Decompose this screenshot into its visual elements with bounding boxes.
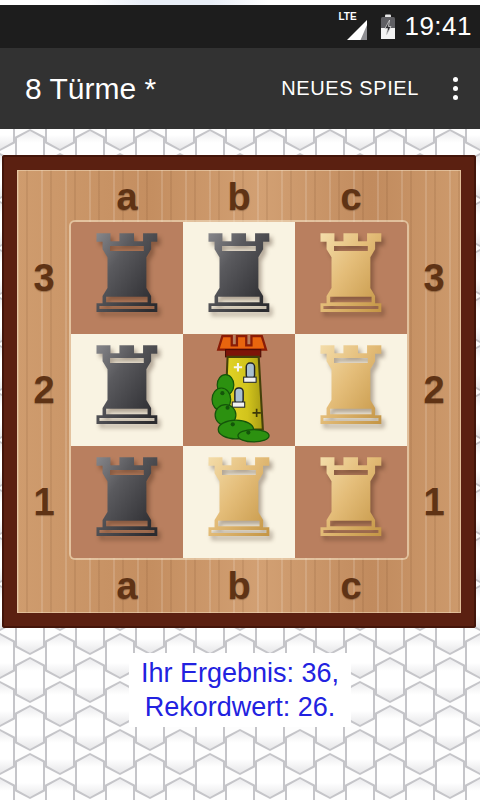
castle-goal (191, 333, 287, 447)
cell-a1[interactable]: ♜ (71, 446, 183, 558)
rank-label-1-left: 1 (33, 481, 54, 524)
cell-b2[interactable] (183, 334, 295, 446)
game-area: a b c a b c 3 2 1 3 2 1 ♜♜♜♜ (0, 129, 480, 800)
cell-c2[interactable]: ♜ (295, 334, 407, 446)
black-rook: ♜ (191, 222, 288, 329)
file-label-c-bottom: c (340, 565, 361, 608)
file-label-b-bottom: b (227, 565, 250, 608)
score-panel: Ihr Ergebnis: 36, Rekordwert: 26. (129, 653, 351, 727)
rank-label-3-right: 3 (423, 257, 444, 300)
white-rook: ♜ (303, 445, 400, 553)
score-line-current: Ihr Ergebnis: 36, (141, 656, 339, 690)
cell-c1[interactable]: ♜ (295, 446, 407, 558)
battery-charging-icon (380, 14, 396, 40)
rank-label-1-right: 1 (423, 481, 444, 524)
cell-a2[interactable]: ♜ (71, 334, 183, 446)
phone-screen: LTE 19:41 8 Türme * NEUES SPIEL a b c (0, 0, 480, 800)
page-title: 8 Türme * (25, 72, 281, 106)
rank-label-3-left: 3 (33, 257, 54, 300)
cell-a3[interactable]: ♜ (71, 222, 183, 334)
white-rook: ♜ (191, 445, 288, 553)
cell-b3[interactable]: ♜ (183, 222, 295, 334)
score-line-record: Rekordwert: 26. (141, 690, 339, 724)
black-rook: ♜ (79, 333, 176, 441)
rank-label-2-right: 2 (423, 369, 444, 412)
overflow-menu-icon[interactable] (449, 73, 462, 104)
app-bar: 8 Türme * NEUES SPIEL (0, 48, 480, 129)
white-rook: ♜ (303, 333, 400, 441)
rank-label-2-left: 2 (33, 369, 54, 412)
white-rook: ♜ (303, 222, 400, 329)
file-label-a-top: a (116, 176, 137, 219)
status-bar: LTE 19:41 (0, 5, 480, 48)
board-grid: ♜♜♜♜ (71, 222, 407, 558)
board-wood-border: a b c a b c 3 2 1 3 2 1 ♜♜♜♜ (17, 170, 461, 613)
file-label-a-bottom: a (116, 565, 137, 608)
file-label-b-top: b (227, 176, 250, 219)
cell-c3[interactable]: ♜ (295, 222, 407, 334)
new-game-button[interactable]: NEUES SPIEL (281, 77, 419, 100)
cell-signal-icon: LTE (338, 12, 372, 42)
black-rook: ♜ (79, 445, 176, 553)
file-label-c-top: c (340, 176, 361, 219)
cell-b1[interactable]: ♜ (183, 446, 295, 558)
signal-triangle-icon (346, 19, 368, 41)
game-board: a b c a b c 3 2 1 3 2 1 ♜♜♜♜ (2, 155, 476, 628)
black-rook: ♜ (79, 222, 176, 329)
clock: 19:41 (404, 11, 472, 42)
